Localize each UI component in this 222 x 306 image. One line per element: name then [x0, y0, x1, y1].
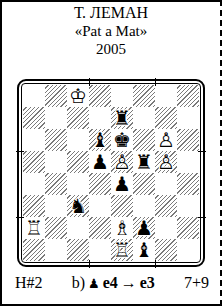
square-a3 [23, 195, 45, 217]
square-f2: ♟ [133, 217, 155, 239]
square-b4 [45, 173, 67, 195]
piece-black-bishop-d6: ♝ [89, 129, 111, 151]
square-d8 [89, 85, 111, 107]
square-f3 [133, 195, 155, 217]
board-frame: ♔♜♝♚♙♟♙♜♙♟♞♖♗♟♖♝ [17, 79, 205, 267]
square-e3 [111, 195, 133, 217]
piece-white-pawn-g6: ♙ [155, 129, 177, 151]
arrow-icon: → [121, 274, 137, 292]
piece-white-rook-a2: ♖ [23, 217, 45, 239]
square-h7 [177, 107, 199, 129]
problem-caption: H#2 b) ♟ e4 → e3 7+9 [2, 274, 220, 292]
square-b1 [45, 239, 67, 261]
board-inner-frame: ♔♜♝♚♙♟♙♜♙♟♞♖♗♟♖♝ [21, 83, 201, 263]
stipulation: H#2 [15, 274, 43, 292]
square-a6 [23, 129, 45, 151]
square-d1 [89, 239, 111, 261]
square-f5: ♜ [133, 151, 155, 173]
piece-black-pawn-f2: ♟ [133, 217, 155, 239]
square-b5 [45, 151, 67, 173]
square-g1 [155, 239, 177, 261]
frame-tick [198, 151, 206, 152]
square-h6 [177, 129, 199, 151]
square-b8 [45, 85, 67, 107]
frame-tick [155, 78, 156, 86]
board-area: ♔♜♝♚♙♟♙♜♙♟♞♖♗♟♖♝ [17, 79, 205, 267]
piece-black-bishop-f1: ♝ [133, 239, 155, 261]
square-b6 [45, 129, 67, 151]
square-e7: ♜ [111, 107, 133, 129]
square-g6: ♙ [155, 129, 177, 151]
square-c4 [67, 173, 89, 195]
square-e2: ♗ [111, 217, 133, 239]
square-a2: ♖ [23, 217, 45, 239]
square-h3 [177, 195, 199, 217]
square-d7 [89, 107, 111, 129]
twin-condition: b) ♟ e4 → e3 [72, 274, 155, 292]
publication-year: 2005 [2, 40, 220, 58]
square-e4: ♟ [111, 173, 133, 195]
piece-black-king-e6: ♚ [111, 129, 133, 151]
square-c3: ♞ [67, 195, 89, 217]
square-d6: ♝ [89, 129, 111, 151]
twin-prefix: b) [72, 274, 85, 292]
frame-tick [16, 217, 24, 218]
frame-tick [155, 260, 156, 268]
square-a1 [23, 239, 45, 261]
twin-from-square: e4 [103, 274, 118, 292]
piece-white-pawn-g5: ♙ [155, 151, 177, 173]
page: Т. ЛЕМАН «Pat a Mat» 2005 ♔♜♝♚♙♟♙♜♙♟♞♖♗♟… [0, 0, 222, 306]
frame-tick [198, 217, 206, 218]
square-c1 [67, 239, 89, 261]
square-d3 [89, 195, 111, 217]
square-a5 [23, 151, 45, 173]
square-b3 [45, 195, 67, 217]
square-c6 [67, 129, 89, 151]
frame-tick [16, 151, 24, 152]
square-g5: ♙ [155, 151, 177, 173]
piece-white-king-c8: ♔ [67, 85, 89, 107]
square-g7 [155, 107, 177, 129]
square-f1: ♝ [133, 239, 155, 261]
square-b7 [45, 107, 67, 129]
square-e1: ♖ [111, 239, 133, 261]
square-h1 [177, 239, 199, 261]
square-g4 [155, 173, 177, 195]
square-e5: ♙ [111, 151, 133, 173]
frame-tick [89, 260, 90, 268]
chess-board: ♔♜♝♚♙♟♙♜♙♟♞♖♗♟♖♝ [23, 85, 199, 261]
composer-name: Т. ЛЕМАН [2, 4, 220, 22]
twin-to-square: e3 [140, 274, 155, 292]
square-e8 [111, 85, 133, 107]
piece-white-pawn-e5: ♙ [111, 151, 133, 173]
square-a4 [23, 173, 45, 195]
piece-black-rook-e7: ♜ [111, 107, 133, 129]
square-g3 [155, 195, 177, 217]
square-a8 [23, 85, 45, 107]
square-c8: ♔ [67, 85, 89, 107]
square-d2 [89, 217, 111, 239]
square-g8 [155, 85, 177, 107]
problem-header: Т. ЛЕМАН «Pat a Mat» 2005 [2, 2, 220, 58]
square-f8 [133, 85, 155, 107]
square-b2 [45, 217, 67, 239]
source-title: «Pat a Mat» [2, 22, 220, 40]
square-e6: ♚ [111, 129, 133, 151]
square-h4 [177, 173, 199, 195]
square-f7 [133, 107, 155, 129]
piece-white-rook-e1: ♖ [111, 239, 133, 261]
square-a7 [23, 107, 45, 129]
square-h8 [177, 85, 199, 107]
piece-white-bishop-e2: ♗ [111, 217, 133, 239]
square-f4 [133, 173, 155, 195]
square-h5 [177, 151, 199, 173]
square-d5: ♟ [89, 151, 111, 173]
piece-black-pawn-d5: ♟ [89, 151, 111, 173]
square-c2 [67, 217, 89, 239]
square-d4 [89, 173, 111, 195]
square-c5 [67, 151, 89, 173]
square-h2 [177, 217, 199, 239]
black-pawn-icon: ♟ [88, 276, 100, 291]
piece-black-rook-f5: ♜ [133, 151, 155, 173]
square-c7 [67, 107, 89, 129]
piece-count: 7+9 [184, 274, 209, 292]
frame-tick [89, 78, 90, 86]
square-g2 [155, 217, 177, 239]
piece-black-pawn-e4: ♟ [111, 173, 133, 195]
piece-black-knight-c3: ♞ [67, 195, 89, 217]
square-f6 [133, 129, 155, 151]
